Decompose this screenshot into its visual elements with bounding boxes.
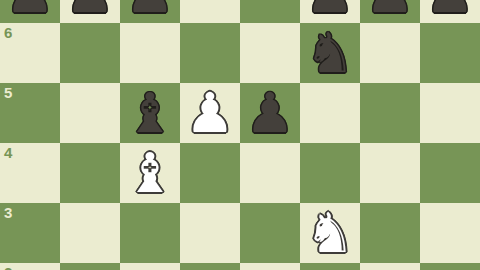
square-e4[interactable]: [240, 143, 300, 203]
square-b2[interactable]: [60, 263, 120, 270]
square-f5[interactable]: [300, 83, 360, 143]
square-h5[interactable]: [420, 83, 480, 143]
square-a3[interactable]: 3: [0, 203, 60, 263]
square-d3[interactable]: [180, 203, 240, 263]
square-b7[interactable]: ♟: [60, 0, 120, 23]
square-c5[interactable]: ♝: [120, 83, 180, 143]
square-h7[interactable]: ♟: [420, 0, 480, 23]
square-f7[interactable]: ♟: [300, 0, 360, 23]
square-h4[interactable]: [420, 143, 480, 203]
square-b6[interactable]: [60, 23, 120, 83]
square-c7[interactable]: ♟: [120, 0, 180, 23]
square-f3[interactable]: ♞: [300, 203, 360, 263]
square-a5[interactable]: 5: [0, 83, 60, 143]
square-d7[interactable]: [180, 0, 240, 23]
white-bishop[interactable]: ♝: [125, 143, 174, 203]
square-d5[interactable]: ♟: [180, 83, 240, 143]
square-d4[interactable]: [180, 143, 240, 203]
rank-label-3: 3: [4, 205, 12, 220]
black-pawn[interactable]: ♟: [245, 83, 294, 143]
square-h3[interactable]: [420, 203, 480, 263]
black-pawn[interactable]: ♟: [305, 0, 354, 23]
square-d2[interactable]: [180, 263, 240, 270]
square-b5[interactable]: [60, 83, 120, 143]
black-bishop[interactable]: ♝: [125, 83, 174, 143]
square-g6[interactable]: [360, 23, 420, 83]
rank-label-5: 5: [4, 85, 12, 100]
square-h2[interactable]: [420, 263, 480, 270]
square-b4[interactable]: [60, 143, 120, 203]
black-pawn[interactable]: ♟: [365, 0, 414, 23]
square-e3[interactable]: [240, 203, 300, 263]
black-pawn[interactable]: ♟: [425, 0, 474, 23]
square-e7[interactable]: [240, 0, 300, 23]
square-h6[interactable]: [420, 23, 480, 83]
square-g2[interactable]: [360, 263, 420, 270]
square-g3[interactable]: [360, 203, 420, 263]
square-f4[interactable]: [300, 143, 360, 203]
square-g7[interactable]: ♟: [360, 0, 420, 23]
square-f2[interactable]: [300, 263, 360, 270]
rank-label-6: 6: [4, 25, 12, 40]
white-knight[interactable]: ♞: [305, 203, 354, 263]
square-a2[interactable]: 2: [0, 263, 60, 270]
white-pawn[interactable]: ♟: [185, 83, 234, 143]
square-c2[interactable]: [120, 263, 180, 270]
board-viewport: ♟♟♟♟♟♟6♞5♝♟♟4♝3♞2: [0, 0, 480, 270]
chess-board: ♟♟♟♟♟♟6♞5♝♟♟4♝3♞2: [0, 0, 480, 270]
black-pawn[interactable]: ♟: [5, 0, 54, 23]
black-pawn[interactable]: ♟: [65, 0, 114, 23]
square-c4[interactable]: ♝: [120, 143, 180, 203]
square-b3[interactable]: [60, 203, 120, 263]
square-a4[interactable]: 4: [0, 143, 60, 203]
square-e5[interactable]: ♟: [240, 83, 300, 143]
black-pawn[interactable]: ♟: [125, 0, 174, 23]
black-knight[interactable]: ♞: [305, 23, 354, 83]
square-e2[interactable]: [240, 263, 300, 270]
square-e6[interactable]: [240, 23, 300, 83]
square-g5[interactable]: [360, 83, 420, 143]
rank-label-2: 2: [4, 265, 12, 270]
square-g4[interactable]: [360, 143, 420, 203]
square-c3[interactable]: [120, 203, 180, 263]
square-a7[interactable]: ♟: [0, 0, 60, 23]
square-a6[interactable]: 6: [0, 23, 60, 83]
square-f6[interactable]: ♞: [300, 23, 360, 83]
rank-label-4: 4: [4, 145, 12, 160]
square-d6[interactable]: [180, 23, 240, 83]
square-c6[interactable]: [120, 23, 180, 83]
